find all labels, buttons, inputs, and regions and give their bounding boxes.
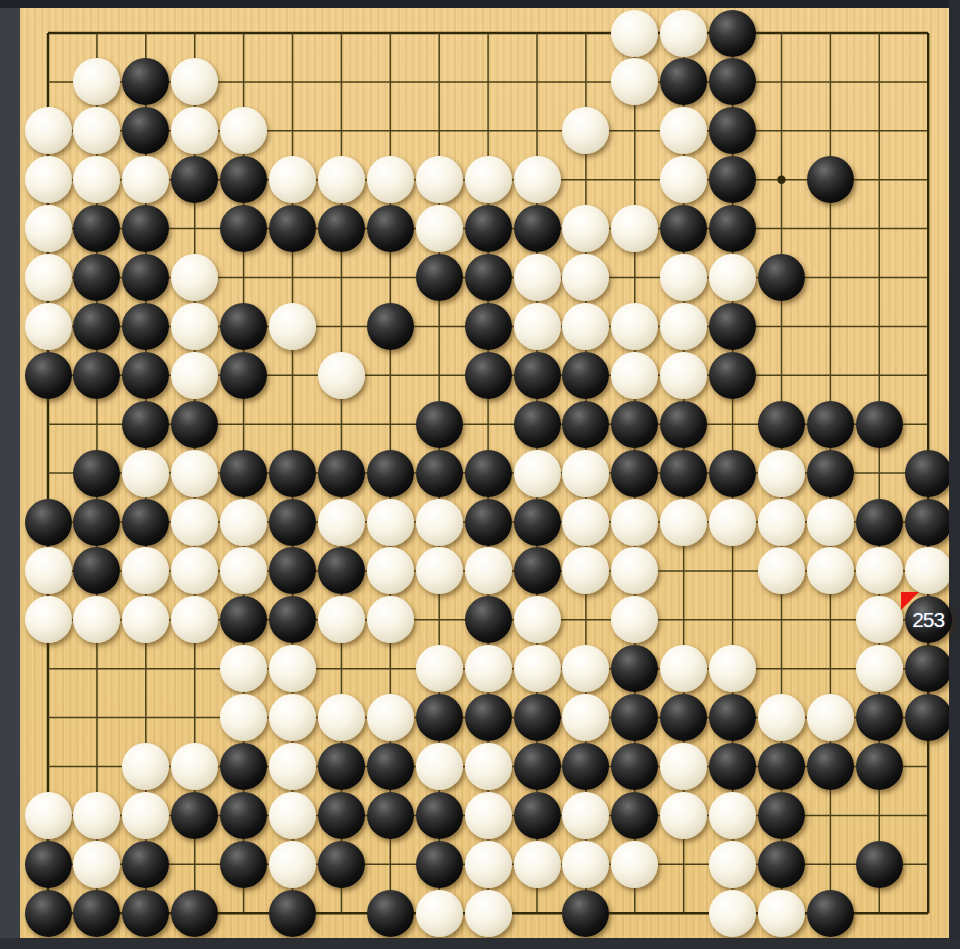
- stone-black[interactable]: [611, 401, 658, 448]
- stone-black[interactable]: [122, 303, 169, 350]
- stone-black[interactable]: [611, 450, 658, 497]
- stone-white[interactable]: [122, 450, 169, 497]
- stone-black[interactable]: [709, 694, 756, 741]
- stone-black[interactable]: [709, 10, 756, 57]
- stone-black[interactable]: [367, 450, 414, 497]
- stone-black[interactable]: [905, 499, 952, 546]
- stone-black[interactable]: [562, 352, 609, 399]
- stone-black[interactable]: [465, 450, 512, 497]
- stone-black[interactable]: [416, 841, 463, 888]
- stone-black[interactable]: [220, 205, 267, 252]
- stone-black[interactable]: [758, 841, 805, 888]
- stone-black[interactable]: [220, 352, 267, 399]
- stone-white[interactable]: [171, 450, 218, 497]
- stone-white[interactable]: [660, 743, 707, 790]
- stone-white[interactable]: [465, 645, 512, 692]
- stone-black[interactable]: [73, 499, 120, 546]
- stone-black[interactable]: [465, 254, 512, 301]
- stone-white[interactable]: [416, 205, 463, 252]
- stone-white[interactable]: [562, 841, 609, 888]
- stone-white[interactable]: [318, 499, 365, 546]
- stone-black[interactable]: [25, 890, 72, 937]
- stone-black[interactable]: [220, 743, 267, 790]
- stone-black[interactable]: [220, 156, 267, 203]
- stone-black[interactable]: [318, 841, 365, 888]
- stone-white[interactable]: [807, 499, 854, 546]
- stone-black[interactable]: [856, 499, 903, 546]
- stone-white[interactable]: [318, 352, 365, 399]
- stone-black[interactable]: [73, 303, 120, 350]
- stone-white[interactable]: [416, 547, 463, 594]
- stone-white[interactable]: [171, 499, 218, 546]
- stone-black[interactable]: [220, 303, 267, 350]
- stone-black[interactable]: [807, 890, 854, 937]
- stone-white[interactable]: [367, 547, 414, 594]
- stone-white[interactable]: [514, 254, 561, 301]
- stone-white[interactable]: [856, 547, 903, 594]
- stone-black[interactable]: [465, 352, 512, 399]
- stone-black[interactable]: [416, 254, 463, 301]
- stone-white[interactable]: [709, 890, 756, 937]
- stone-white[interactable]: [269, 303, 316, 350]
- stone-black[interactable]: [171, 401, 218, 448]
- stone-white[interactable]: [709, 645, 756, 692]
- stone-black[interactable]: [122, 254, 169, 301]
- stone-black[interactable]: [465, 694, 512, 741]
- stone-white[interactable]: [25, 792, 72, 839]
- window-frame-top: [0, 0, 960, 8]
- stone-white[interactable]: [611, 352, 658, 399]
- stone-white[interactable]: [709, 254, 756, 301]
- stone-black[interactable]: [25, 352, 72, 399]
- stone-white[interactable]: [25, 205, 72, 252]
- window-frame-bottom: [0, 938, 960, 949]
- stone-black[interactable]: [709, 352, 756, 399]
- stone-white[interactable]: [416, 499, 463, 546]
- stone-white[interactable]: [25, 156, 72, 203]
- stone-white[interactable]: [465, 743, 512, 790]
- stone-white[interactable]: [660, 10, 707, 57]
- stone-white[interactable]: [465, 547, 512, 594]
- stone-white[interactable]: [171, 254, 218, 301]
- stone-black[interactable]: [709, 156, 756, 203]
- stone-black[interactable]: [416, 792, 463, 839]
- stone-white[interactable]: [709, 841, 756, 888]
- stone-white[interactable]: [318, 694, 365, 741]
- stone-black[interactable]: [660, 205, 707, 252]
- stone-black[interactable]: [709, 743, 756, 790]
- stone-black[interactable]: [856, 743, 903, 790]
- stone-black[interactable]: [318, 450, 365, 497]
- stone-white[interactable]: [269, 156, 316, 203]
- stone-white[interactable]: [758, 499, 805, 546]
- stone-black[interactable]: [758, 743, 805, 790]
- stone-white[interactable]: [269, 792, 316, 839]
- stone-black[interactable]: [465, 303, 512, 350]
- stone-white[interactable]: [171, 352, 218, 399]
- stone-black[interactable]: [514, 499, 561, 546]
- stone-white[interactable]: [171, 303, 218, 350]
- stone-white[interactable]: [562, 499, 609, 546]
- stone-white[interactable]: [416, 890, 463, 937]
- stone-white[interactable]: [269, 694, 316, 741]
- stone-white[interactable]: [25, 547, 72, 594]
- stone-black[interactable]: [171, 890, 218, 937]
- stone-black[interactable]: [611, 792, 658, 839]
- stone-white[interactable]: [416, 743, 463, 790]
- star-point: [777, 176, 785, 184]
- goban[interactable]: 253: [20, 8, 949, 938]
- stone-black[interactable]: [709, 450, 756, 497]
- stone-black[interactable]: [514, 792, 561, 839]
- stone-black[interactable]: [660, 401, 707, 448]
- stone-black[interactable]: [220, 792, 267, 839]
- stone-white[interactable]: [465, 890, 512, 937]
- stone-black[interactable]: [709, 303, 756, 350]
- stone-white[interactable]: [465, 792, 512, 839]
- stone-black[interactable]: [807, 401, 854, 448]
- stone-white[interactable]: [318, 156, 365, 203]
- stone-black[interactable]: [122, 890, 169, 937]
- stone-black[interactable]: [660, 450, 707, 497]
- stone-white[interactable]: [758, 694, 805, 741]
- stone-white[interactable]: [660, 792, 707, 839]
- stone-white[interactable]: [660, 254, 707, 301]
- stone-white[interactable]: [611, 841, 658, 888]
- stone-black[interactable]: [73, 352, 120, 399]
- stone-black[interactable]: [25, 499, 72, 546]
- stone-white[interactable]: [122, 743, 169, 790]
- stone-white[interactable]: [758, 890, 805, 937]
- stone-black[interactable]: [122, 352, 169, 399]
- stone-black[interactable]: [220, 841, 267, 888]
- stone-white[interactable]: [562, 450, 609, 497]
- stone-white[interactable]: [269, 841, 316, 888]
- stone-black[interactable]: [318, 743, 365, 790]
- stone-white[interactable]: [514, 645, 561, 692]
- stone-black[interactable]: [856, 401, 903, 448]
- stone-white[interactable]: [660, 499, 707, 546]
- stone-black[interactable]: [514, 694, 561, 741]
- stone-black[interactable]: [905, 694, 952, 741]
- stone-black[interactable]: [807, 156, 854, 203]
- stone-white[interactable]: [416, 156, 463, 203]
- stone-black[interactable]: [514, 547, 561, 594]
- stone-black[interactable]: [171, 792, 218, 839]
- stone-black[interactable]: [514, 743, 561, 790]
- stone-black[interactable]: [709, 205, 756, 252]
- stone-black[interactable]: [269, 596, 316, 643]
- stone-white[interactable]: [514, 596, 561, 643]
- stone-white[interactable]: [562, 792, 609, 839]
- stone-black[interactable]: [514, 401, 561, 448]
- stone-white[interactable]: [514, 841, 561, 888]
- stone-black[interactable]: [122, 401, 169, 448]
- move-number-label: 253: [905, 596, 952, 643]
- stone-white[interactable]: [318, 596, 365, 643]
- stone-white[interactable]: [171, 743, 218, 790]
- stone-white[interactable]: [25, 303, 72, 350]
- stone-black[interactable]: [269, 890, 316, 937]
- stone-white[interactable]: [807, 547, 854, 594]
- stone-black[interactable]: [758, 792, 805, 839]
- stone-black[interactable]: [514, 352, 561, 399]
- stone-white[interactable]: [25, 254, 72, 301]
- stone-black[interactable]: [856, 841, 903, 888]
- screenshot-root: 253: [0, 0, 960, 949]
- stone-white[interactable]: [269, 645, 316, 692]
- stone-white[interactable]: [660, 303, 707, 350]
- stone-white[interactable]: [220, 694, 267, 741]
- stone-white[interactable]: [856, 596, 903, 643]
- stone-black[interactable]: [269, 205, 316, 252]
- window-frame-right: [949, 0, 960, 949]
- stone-white[interactable]: [709, 792, 756, 839]
- stone-white[interactable]: [220, 499, 267, 546]
- stone-white[interactable]: [905, 547, 952, 594]
- stone-black[interactable]: [905, 450, 952, 497]
- stone-white[interactable]: [758, 450, 805, 497]
- stone-black[interactable]: [660, 694, 707, 741]
- stone-black[interactable]: [122, 499, 169, 546]
- stone-black[interactable]: [807, 743, 854, 790]
- stone-white[interactable]: [660, 352, 707, 399]
- stone-black[interactable]: [73, 890, 120, 937]
- stone-black[interactable]: [318, 792, 365, 839]
- stone-black[interactable]: [856, 694, 903, 741]
- stone-white[interactable]: [611, 10, 658, 57]
- stone-black[interactable]: [269, 499, 316, 546]
- stone-white[interactable]: [73, 792, 120, 839]
- stone-white[interactable]: [416, 645, 463, 692]
- stone-white[interactable]: [367, 596, 414, 643]
- stone-white[interactable]: [367, 499, 414, 546]
- stone-black[interactable]: [758, 401, 805, 448]
- stone-white[interactable]: [25, 596, 72, 643]
- stone-black[interactable]: [562, 890, 609, 937]
- stone-white[interactable]: [367, 694, 414, 741]
- stone-black[interactable]: [269, 450, 316, 497]
- stone-black[interactable]: [25, 841, 72, 888]
- stone-black[interactable]: [416, 450, 463, 497]
- stone-black[interactable]: [514, 205, 561, 252]
- stone-black[interactable]: [465, 596, 512, 643]
- stone-white[interactable]: [562, 303, 609, 350]
- stone-black[interactable]: [220, 450, 267, 497]
- stone-black[interactable]: [367, 792, 414, 839]
- stone-black[interactable]: 253: [905, 596, 952, 643]
- stone-black[interactable]: [465, 205, 512, 252]
- stone-white[interactable]: [465, 156, 512, 203]
- stone-black[interactable]: [807, 450, 854, 497]
- stone-black[interactable]: [905, 645, 952, 692]
- stone-black[interactable]: [465, 499, 512, 546]
- stone-white[interactable]: [514, 303, 561, 350]
- stone-black[interactable]: [367, 303, 414, 350]
- stone-black[interactable]: [318, 205, 365, 252]
- stone-white[interactable]: [514, 450, 561, 497]
- stone-white[interactable]: [25, 107, 72, 154]
- stone-white[interactable]: [220, 645, 267, 692]
- stone-white[interactable]: [465, 841, 512, 888]
- stone-black[interactable]: [562, 401, 609, 448]
- stone-white[interactable]: [807, 694, 854, 741]
- stone-black[interactable]: [758, 254, 805, 301]
- stone-white[interactable]: [856, 645, 903, 692]
- stone-white[interactable]: [514, 156, 561, 203]
- stone-black[interactable]: [367, 205, 414, 252]
- stone-white[interactable]: [709, 499, 756, 546]
- stone-black[interactable]: [367, 743, 414, 790]
- stone-black[interactable]: [318, 547, 365, 594]
- stone-white[interactable]: [269, 743, 316, 790]
- stone-white[interactable]: [611, 303, 658, 350]
- stone-black[interactable]: [73, 450, 120, 497]
- stone-black[interactable]: [416, 401, 463, 448]
- stone-black[interactable]: [367, 890, 414, 937]
- stone-black[interactable]: [611, 743, 658, 790]
- stone-white[interactable]: [73, 841, 120, 888]
- stone-white[interactable]: [367, 156, 414, 203]
- stone-black[interactable]: [122, 841, 169, 888]
- stone-white[interactable]: [122, 792, 169, 839]
- stone-black[interactable]: [416, 694, 463, 741]
- stone-white[interactable]: [611, 499, 658, 546]
